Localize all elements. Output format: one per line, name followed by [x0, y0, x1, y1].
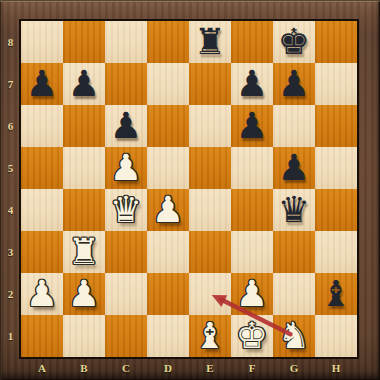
square-g8[interactable]: ♚ — [273, 21, 315, 63]
square-e7[interactable] — [189, 63, 231, 105]
piece-black-pawn[interactable]: ♟ — [231, 105, 273, 147]
piece-black-pawn[interactable]: ♟ — [273, 147, 315, 189]
square-e3[interactable] — [189, 231, 231, 273]
square-b2[interactable]: ♟ — [63, 273, 105, 315]
square-b5[interactable] — [63, 147, 105, 189]
piece-white-knight[interactable]: ♞ — [273, 315, 315, 357]
square-d2[interactable] — [147, 273, 189, 315]
piece-white-rook[interactable]: ♜ — [63, 231, 105, 273]
file-label-F: F — [231, 358, 273, 379]
file-label-E: E — [189, 358, 231, 379]
square-d5[interactable] — [147, 147, 189, 189]
file-label-H: H — [315, 358, 357, 379]
rank-label-7: 7 — [1, 63, 20, 105]
square-f7[interactable]: ♟ — [231, 63, 273, 105]
square-f8[interactable] — [231, 21, 273, 63]
square-e8[interactable]: ♜ — [189, 21, 231, 63]
square-e1[interactable]: ♝ — [189, 315, 231, 357]
piece-white-pawn[interactable]: ♟ — [231, 273, 273, 315]
square-a3[interactable] — [21, 231, 63, 273]
square-g4[interactable]: ♛ — [273, 189, 315, 231]
square-a1[interactable] — [21, 315, 63, 357]
square-b1[interactable] — [63, 315, 105, 357]
square-d7[interactable] — [147, 63, 189, 105]
square-c3[interactable] — [105, 231, 147, 273]
piece-black-rook[interactable]: ♜ — [189, 21, 231, 63]
rank-label-4: 4 — [1, 189, 20, 231]
square-b4[interactable] — [63, 189, 105, 231]
square-b3[interactable]: ♜ — [63, 231, 105, 273]
piece-black-queen[interactable]: ♛ — [273, 189, 315, 231]
rank-label-6: 6 — [1, 105, 20, 147]
square-c7[interactable] — [105, 63, 147, 105]
square-c8[interactable] — [105, 21, 147, 63]
chess-board-frame: ♜♚♟♟♟♟♟♟♟♟♛♟♛♜♟♟♟♝♝♚♞ 87654321ABCDEFGH — [0, 0, 380, 380]
square-h8[interactable] — [315, 21, 357, 63]
square-b8[interactable] — [63, 21, 105, 63]
chess-board: ♜♚♟♟♟♟♟♟♟♟♛♟♛♜♟♟♟♝♝♚♞ — [21, 21, 357, 357]
rank-label-5: 5 — [1, 147, 20, 189]
square-h2[interactable]: ♝ — [315, 273, 357, 315]
square-d6[interactable] — [147, 105, 189, 147]
square-h5[interactable] — [315, 147, 357, 189]
square-b7[interactable]: ♟ — [63, 63, 105, 105]
square-f4[interactable] — [231, 189, 273, 231]
square-e5[interactable] — [189, 147, 231, 189]
piece-black-king[interactable]: ♚ — [273, 21, 315, 63]
square-c5[interactable]: ♟ — [105, 147, 147, 189]
square-g6[interactable] — [273, 105, 315, 147]
piece-white-pawn[interactable]: ♟ — [21, 273, 63, 315]
rank-label-8: 8 — [1, 21, 20, 63]
square-e4[interactable] — [189, 189, 231, 231]
square-a6[interactable] — [21, 105, 63, 147]
rank-label-3: 3 — [1, 231, 20, 273]
piece-black-pawn[interactable]: ♟ — [21, 63, 63, 105]
piece-white-pawn[interactable]: ♟ — [105, 147, 147, 189]
piece-black-pawn[interactable]: ♟ — [273, 63, 315, 105]
piece-black-pawn[interactable]: ♟ — [63, 63, 105, 105]
square-g1[interactable]: ♞ — [273, 315, 315, 357]
square-h3[interactable] — [315, 231, 357, 273]
rank-label-2: 2 — [1, 273, 20, 315]
piece-white-pawn[interactable]: ♟ — [147, 189, 189, 231]
file-label-D: D — [147, 358, 189, 379]
square-h4[interactable] — [315, 189, 357, 231]
rank-label-1: 1 — [1, 315, 20, 357]
square-f3[interactable] — [231, 231, 273, 273]
piece-white-queen[interactable]: ♛ — [105, 189, 147, 231]
square-d4[interactable]: ♟ — [147, 189, 189, 231]
square-g7[interactable]: ♟ — [273, 63, 315, 105]
square-c1[interactable] — [105, 315, 147, 357]
square-h6[interactable] — [315, 105, 357, 147]
piece-white-king[interactable]: ♚ — [231, 315, 273, 357]
square-a2[interactable]: ♟ — [21, 273, 63, 315]
square-a8[interactable] — [21, 21, 63, 63]
square-e6[interactable] — [189, 105, 231, 147]
square-d3[interactable] — [147, 231, 189, 273]
file-label-C: C — [105, 358, 147, 379]
square-d8[interactable] — [147, 21, 189, 63]
square-f6[interactable]: ♟ — [231, 105, 273, 147]
square-b6[interactable] — [63, 105, 105, 147]
square-g2[interactable] — [273, 273, 315, 315]
square-c2[interactable] — [105, 273, 147, 315]
square-f1[interactable]: ♚ — [231, 315, 273, 357]
piece-black-pawn[interactable]: ♟ — [231, 63, 273, 105]
square-c4[interactable]: ♛ — [105, 189, 147, 231]
square-g3[interactable] — [273, 231, 315, 273]
square-f5[interactable] — [231, 147, 273, 189]
piece-white-bishop[interactable]: ♝ — [189, 315, 231, 357]
piece-black-bishop[interactable]: ♝ — [315, 273, 357, 315]
square-d1[interactable] — [147, 315, 189, 357]
square-f2[interactable]: ♟ — [231, 273, 273, 315]
piece-black-pawn[interactable]: ♟ — [105, 105, 147, 147]
square-a4[interactable] — [21, 189, 63, 231]
file-label-G: G — [273, 358, 315, 379]
piece-white-pawn[interactable]: ♟ — [63, 273, 105, 315]
square-a5[interactable] — [21, 147, 63, 189]
square-e2[interactable] — [189, 273, 231, 315]
square-a7[interactable]: ♟ — [21, 63, 63, 105]
file-label-B: B — [63, 358, 105, 379]
square-g5[interactable]: ♟ — [273, 147, 315, 189]
square-h7[interactable] — [315, 63, 357, 105]
square-c6[interactable]: ♟ — [105, 105, 147, 147]
square-h1[interactable] — [315, 315, 357, 357]
file-label-A: A — [21, 358, 63, 379]
